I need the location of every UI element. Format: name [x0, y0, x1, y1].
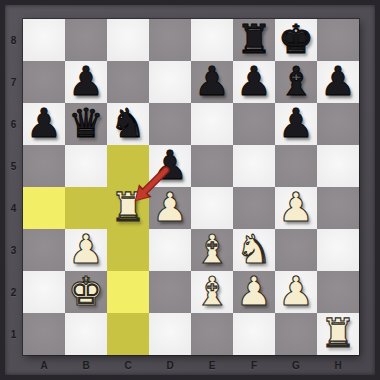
rank-label-7: 7	[0, 61, 23, 103]
square-g4[interactable]: ♟	[275, 187, 317, 229]
square-f7[interactable]: ♟	[233, 61, 275, 103]
square-c6[interactable]: ♞	[107, 103, 149, 145]
square-b4[interactable]	[65, 187, 107, 229]
file-labels: ABCDEFGH	[23, 355, 359, 380]
rank-label-2: 2	[0, 271, 23, 313]
file-label-f: F	[233, 355, 275, 380]
black-pawn[interactable]: ♟	[275, 103, 317, 145]
rank-label-1: 1	[0, 313, 23, 355]
black-pawn[interactable]: ♟	[191, 61, 233, 103]
white-pawn[interactable]: ♟	[233, 271, 275, 313]
square-f5[interactable]	[233, 145, 275, 187]
square-a6[interactable]: ♟	[23, 103, 65, 145]
square-c2[interactable]	[107, 271, 149, 313]
square-b1[interactable]	[65, 313, 107, 355]
rank-label-4: 4	[0, 187, 23, 229]
square-h5[interactable]	[317, 145, 359, 187]
square-b8[interactable]	[65, 19, 107, 61]
square-e6[interactable]	[191, 103, 233, 145]
square-h2[interactable]	[317, 271, 359, 313]
square-e8[interactable]	[191, 19, 233, 61]
square-h8[interactable]	[317, 19, 359, 61]
square-f1[interactable]	[233, 313, 275, 355]
white-bishop[interactable]: ♝	[191, 271, 233, 313]
black-queen[interactable]: ♛	[65, 103, 107, 145]
square-f6[interactable]	[233, 103, 275, 145]
square-f8[interactable]: ♜	[233, 19, 275, 61]
square-c1[interactable]	[107, 313, 149, 355]
square-c3[interactable]	[107, 229, 149, 271]
white-pawn[interactable]: ♟	[275, 271, 317, 313]
square-d1[interactable]	[149, 313, 191, 355]
file-label-b: B	[65, 355, 107, 380]
square-d2[interactable]	[149, 271, 191, 313]
square-f3[interactable]: ♞	[233, 229, 275, 271]
black-pawn[interactable]: ♟	[149, 145, 191, 187]
square-h1[interactable]: ♜	[317, 313, 359, 355]
file-label-c: C	[107, 355, 149, 380]
square-a8[interactable]	[23, 19, 65, 61]
square-c8[interactable]	[107, 19, 149, 61]
square-g5[interactable]	[275, 145, 317, 187]
black-bishop[interactable]: ♝	[275, 61, 317, 103]
square-g8[interactable]: ♚	[275, 19, 317, 61]
square-g7[interactable]: ♝	[275, 61, 317, 103]
white-pawn[interactable]: ♟	[65, 229, 107, 271]
file-label-e: E	[191, 355, 233, 380]
black-knight[interactable]: ♞	[107, 103, 149, 145]
square-d7[interactable]	[149, 61, 191, 103]
square-h3[interactable]	[317, 229, 359, 271]
white-bishop[interactable]: ♝	[191, 229, 233, 271]
square-f2[interactable]: ♟	[233, 271, 275, 313]
square-a3[interactable]	[23, 229, 65, 271]
black-pawn[interactable]: ♟	[23, 103, 65, 145]
square-b3[interactable]: ♟	[65, 229, 107, 271]
square-g6[interactable]: ♟	[275, 103, 317, 145]
square-h6[interactable]	[317, 103, 359, 145]
square-a5[interactable]	[23, 145, 65, 187]
black-pawn[interactable]: ♟	[317, 61, 359, 103]
square-b2[interactable]: ♚	[65, 271, 107, 313]
rank-label-6: 6	[0, 103, 23, 145]
black-pawn[interactable]: ♟	[65, 61, 107, 103]
square-d8[interactable]	[149, 19, 191, 61]
rank-labels: 87654321	[0, 19, 23, 355]
square-e1[interactable]	[191, 313, 233, 355]
black-king[interactable]: ♚	[275, 19, 317, 61]
square-e2[interactable]: ♝	[191, 271, 233, 313]
rank-label-5: 5	[0, 145, 23, 187]
white-rook[interactable]: ♜	[107, 187, 149, 229]
file-label-d: D	[149, 355, 191, 380]
chessboard-frame: 87654321 ABCDEFGH ♜♚♟♟♟♝♟♟♛♞♟♟♜♟♟♟♝♞♚♝♟♟…	[0, 0, 380, 380]
square-e7[interactable]: ♟	[191, 61, 233, 103]
square-c4[interactable]: ♜	[107, 187, 149, 229]
square-a7[interactable]	[23, 61, 65, 103]
white-pawn[interactable]: ♟	[149, 187, 191, 229]
square-b6[interactable]: ♛	[65, 103, 107, 145]
square-e4[interactable]	[191, 187, 233, 229]
square-h4[interactable]	[317, 187, 359, 229]
square-d5[interactable]: ♟	[149, 145, 191, 187]
white-pawn[interactable]: ♟	[275, 187, 317, 229]
white-king[interactable]: ♚	[65, 271, 107, 313]
square-e3[interactable]: ♝	[191, 229, 233, 271]
black-rook[interactable]: ♜	[233, 19, 275, 61]
square-g3[interactable]	[275, 229, 317, 271]
square-d6[interactable]	[149, 103, 191, 145]
file-label-g: G	[275, 355, 317, 380]
black-pawn[interactable]: ♟	[233, 61, 275, 103]
white-rook[interactable]: ♜	[317, 313, 359, 355]
square-h7[interactable]: ♟	[317, 61, 359, 103]
file-label-a: A	[23, 355, 65, 380]
square-a1[interactable]	[23, 313, 65, 355]
square-c5[interactable]	[107, 145, 149, 187]
square-g2[interactable]: ♟	[275, 271, 317, 313]
square-d3[interactable]	[149, 229, 191, 271]
square-a4[interactable]	[23, 187, 65, 229]
square-e5[interactable]	[191, 145, 233, 187]
square-b5[interactable]	[65, 145, 107, 187]
square-a2[interactable]	[23, 271, 65, 313]
square-c7[interactable]	[107, 61, 149, 103]
rank-label-3: 3	[0, 229, 23, 271]
square-g1[interactable]	[275, 313, 317, 355]
square-f4[interactable]	[233, 187, 275, 229]
white-knight[interactable]: ♞	[233, 229, 275, 271]
square-d4[interactable]: ♟	[149, 187, 191, 229]
rank-label-8: 8	[0, 19, 23, 61]
square-b7[interactable]: ♟	[65, 61, 107, 103]
chess-board: ♜♚♟♟♟♝♟♟♛♞♟♟♜♟♟♟♝♞♚♝♟♟♜	[23, 19, 359, 355]
file-label-h: H	[317, 355, 359, 380]
